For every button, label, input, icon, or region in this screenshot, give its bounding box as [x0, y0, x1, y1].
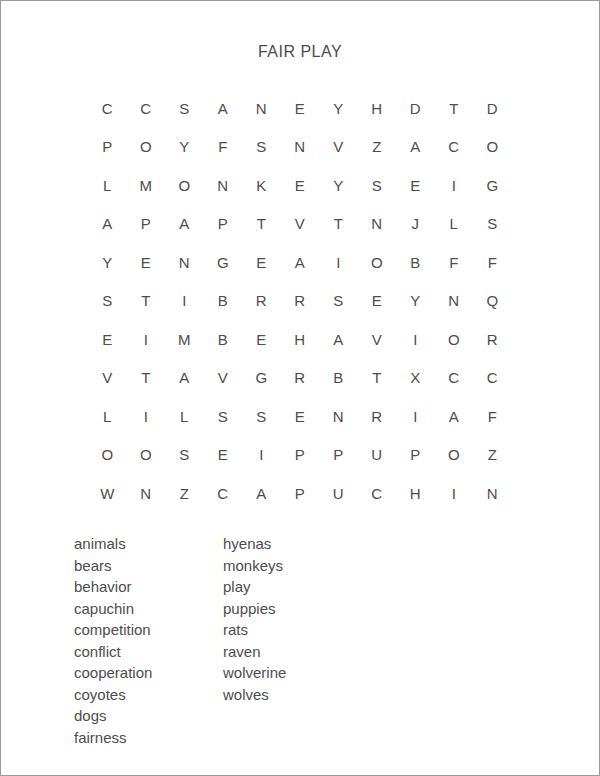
- word-list-column-2: hyenasmonkeysplaypuppiesratsravenwolveri…: [223, 533, 286, 705]
- grid-cell[interactable]: A: [165, 205, 204, 244]
- grid-cell[interactable]: N: [165, 243, 204, 282]
- grid-cell[interactable]: I: [165, 282, 204, 321]
- grid-cell[interactable]: U: [319, 474, 358, 513]
- grid-cell[interactable]: T: [319, 205, 358, 244]
- grid-cell[interactable]: I: [127, 397, 166, 436]
- grid-cell[interactable]: V: [358, 320, 397, 359]
- grid-cell[interactable]: P: [127, 205, 166, 244]
- grid-cell[interactable]: P: [88, 128, 127, 167]
- grid-cell[interactable]: C: [435, 128, 474, 167]
- grid-cell[interactable]: K: [242, 166, 281, 205]
- grid-cell[interactable]: O: [435, 320, 474, 359]
- grid-cell[interactable]: G: [242, 359, 281, 398]
- grid-cell[interactable]: S: [204, 397, 243, 436]
- grid-cell[interactable]: P: [281, 474, 320, 513]
- grid-cell[interactable]: I: [396, 320, 435, 359]
- grid-cell[interactable]: C: [88, 89, 127, 128]
- grid-cell[interactable]: B: [396, 243, 435, 282]
- grid-cell[interactable]: F: [473, 397, 512, 436]
- grid-cell[interactable]: L: [88, 166, 127, 205]
- grid-cell[interactable]: E: [204, 436, 243, 475]
- word-search-page: FAIR PLAY CCSANEYHDTDPOYFSNVZACOLMONKEYS…: [0, 0, 600, 776]
- grid-cell[interactable]: B: [204, 282, 243, 321]
- grid-cell[interactable]: N: [281, 128, 320, 167]
- grid-cell[interactable]: W: [88, 474, 127, 513]
- grid-cell[interactable]: U: [358, 436, 397, 475]
- grid-cell[interactable]: Q: [473, 282, 512, 321]
- grid-cell[interactable]: E: [396, 166, 435, 205]
- grid-cell[interactable]: O: [435, 436, 474, 475]
- grid-cell[interactable]: S: [319, 282, 358, 321]
- grid-cell[interactable]: A: [435, 397, 474, 436]
- grid-cell[interactable]: H: [396, 474, 435, 513]
- grid-cell[interactable]: A: [396, 128, 435, 167]
- word-list-item: play: [223, 576, 286, 598]
- word-list-item: bears: [74, 555, 152, 577]
- grid-cell[interactable]: F: [435, 243, 474, 282]
- grid-cell[interactable]: A: [165, 359, 204, 398]
- grid-cell[interactable]: C: [473, 359, 512, 398]
- grid-cell[interactable]: C: [204, 474, 243, 513]
- word-list-item: dogs: [74, 705, 152, 727]
- grid-cell[interactable]: V: [319, 128, 358, 167]
- grid-cell[interactable]: Y: [165, 128, 204, 167]
- grid-cell[interactable]: O: [473, 128, 512, 167]
- word-list-item: competition: [74, 619, 152, 641]
- grid-cell[interactable]: E: [281, 166, 320, 205]
- grid-cell[interactable]: V: [281, 205, 320, 244]
- grid-cell[interactable]: O: [358, 243, 397, 282]
- grid-cell[interactable]: R: [358, 397, 397, 436]
- grid-cell[interactable]: G: [204, 243, 243, 282]
- grid-cell[interactable]: E: [242, 320, 281, 359]
- grid-cell[interactable]: Z: [473, 436, 512, 475]
- word-list-item: monkeys: [223, 555, 286, 577]
- grid-cell[interactable]: E: [281, 89, 320, 128]
- grid-cell[interactable]: P: [396, 436, 435, 475]
- grid-cell[interactable]: O: [127, 436, 166, 475]
- word-list-item: wolverine: [223, 662, 286, 684]
- grid-cell[interactable]: M: [165, 320, 204, 359]
- grid-cell[interactable]: C: [435, 359, 474, 398]
- grid-cell[interactable]: S: [358, 166, 397, 205]
- grid-cell[interactable]: A: [319, 320, 358, 359]
- grid-cell[interactable]: N: [473, 474, 512, 513]
- grid-cell[interactable]: E: [88, 320, 127, 359]
- grid-cell[interactable]: M: [127, 166, 166, 205]
- grid-cell[interactable]: N: [358, 205, 397, 244]
- grid-cell[interactable]: S: [165, 436, 204, 475]
- grid-cell[interactable]: V: [204, 359, 243, 398]
- grid-cell[interactable]: I: [319, 243, 358, 282]
- grid-cell[interactable]: R: [242, 282, 281, 321]
- grid-cell[interactable]: I: [435, 166, 474, 205]
- grid-cell[interactable]: Y: [88, 243, 127, 282]
- grid-cell[interactable]: F: [473, 243, 512, 282]
- grid-cell[interactable]: B: [319, 359, 358, 398]
- grid-cell[interactable]: L: [88, 397, 127, 436]
- grid-cell[interactable]: E: [358, 282, 397, 321]
- grid-cell[interactable]: S: [88, 282, 127, 321]
- grid-cell[interactable]: A: [204, 89, 243, 128]
- grid-cell[interactable]: I: [127, 320, 166, 359]
- grid-cell[interactable]: O: [127, 128, 166, 167]
- grid-cell[interactable]: X: [396, 359, 435, 398]
- grid-cell[interactable]: G: [473, 166, 512, 205]
- grid-cell[interactable]: E: [127, 243, 166, 282]
- grid-cell[interactable]: T: [127, 359, 166, 398]
- grid-cell[interactable]: L: [165, 397, 204, 436]
- grid-cell[interactable]: I: [396, 397, 435, 436]
- grid-cell[interactable]: E: [242, 243, 281, 282]
- grid-cell[interactable]: D: [473, 89, 512, 128]
- grid-cell[interactable]: Z: [165, 474, 204, 513]
- grid-cell[interactable]: R: [281, 359, 320, 398]
- grid-cell[interactable]: S: [473, 205, 512, 244]
- grid-cell[interactable]: H: [281, 320, 320, 359]
- grid-cell[interactable]: C: [358, 474, 397, 513]
- grid-cell[interactable]: J: [396, 205, 435, 244]
- grid-cell[interactable]: Y: [319, 89, 358, 128]
- grid-cell[interactable]: S: [242, 128, 281, 167]
- grid-cell[interactable]: V: [88, 359, 127, 398]
- grid-cell[interactable]: N: [435, 282, 474, 321]
- grid-cell[interactable]: N: [319, 397, 358, 436]
- grid-cell[interactable]: Z: [358, 128, 397, 167]
- word-list-item: cooperation: [74, 662, 152, 684]
- grid-cell[interactable]: P: [204, 205, 243, 244]
- grid-cell[interactable]: C: [127, 89, 166, 128]
- word-list-item: rats: [223, 619, 286, 641]
- grid-cell[interactable]: T: [127, 282, 166, 321]
- word-list-item: hyenas: [223, 533, 286, 555]
- word-list-item: raven: [223, 641, 286, 663]
- word-list-item: capuchin: [74, 598, 152, 620]
- grid-cell[interactable]: A: [88, 205, 127, 244]
- grid-cell[interactable]: N: [127, 474, 166, 513]
- puzzle-title: FAIR PLAY: [1, 43, 599, 61]
- grid-cell[interactable]: A: [242, 474, 281, 513]
- grid-cell[interactable]: P: [319, 436, 358, 475]
- grid-cell[interactable]: O: [165, 166, 204, 205]
- grid-cell[interactable]: F: [204, 128, 243, 167]
- grid-cell[interactable]: Y: [319, 166, 358, 205]
- word-list-item: fairness: [74, 727, 152, 749]
- grid-cell[interactable]: A: [281, 243, 320, 282]
- grid-cell[interactable]: T: [435, 89, 474, 128]
- letter-grid: CCSANEYHDTDPOYFSNVZACOLMONKEYSEIGAPAPTVT…: [88, 89, 512, 513]
- grid-cell[interactable]: S: [242, 397, 281, 436]
- grid-cell[interactable]: D: [396, 89, 435, 128]
- grid-cell[interactable]: T: [358, 359, 397, 398]
- grid-cell[interactable]: I: [242, 436, 281, 475]
- grid-cell[interactable]: N: [204, 166, 243, 205]
- word-list-item: behavior: [74, 576, 152, 598]
- word-list-item: animals: [74, 533, 152, 555]
- grid-cell[interactable]: P: [281, 436, 320, 475]
- grid-cell[interactable]: H: [358, 89, 397, 128]
- grid-cell[interactable]: S: [165, 89, 204, 128]
- grid-cell[interactable]: Y: [396, 282, 435, 321]
- grid-cell[interactable]: L: [435, 205, 474, 244]
- word-list-item: conflict: [74, 641, 152, 663]
- grid-cell[interactable]: R: [281, 282, 320, 321]
- word-list-item: puppies: [223, 598, 286, 620]
- word-list-item: coyotes: [74, 684, 152, 706]
- grid-cell[interactable]: I: [435, 474, 474, 513]
- grid-cell[interactable]: E: [281, 397, 320, 436]
- grid-cell[interactable]: T: [242, 205, 281, 244]
- grid-cell[interactable]: R: [473, 320, 512, 359]
- word-list-item: wolves: [223, 684, 286, 706]
- grid-cell[interactable]: B: [204, 320, 243, 359]
- word-list-column-1: animalsbearsbehaviorcapuchincompetitionc…: [74, 533, 152, 748]
- grid-cell[interactable]: O: [88, 436, 127, 475]
- grid-cell[interactable]: N: [242, 89, 281, 128]
